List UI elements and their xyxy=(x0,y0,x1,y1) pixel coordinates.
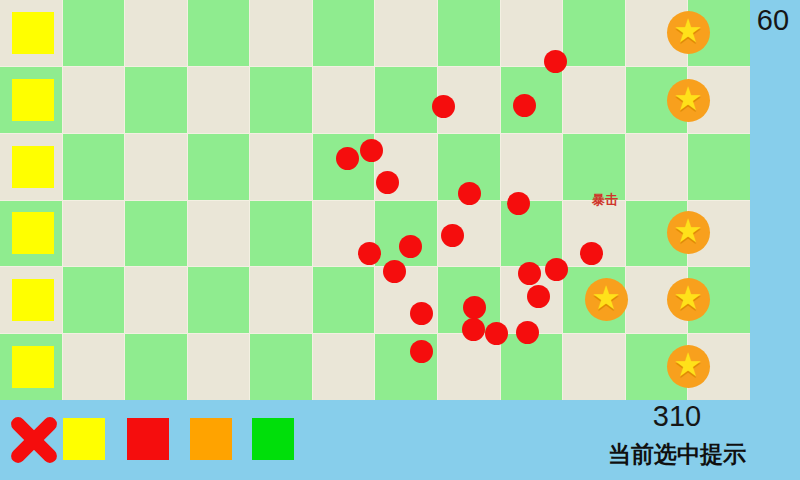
board-cell[interactable] xyxy=(563,334,625,400)
board-cell[interactable] xyxy=(125,134,187,200)
red-dot-target[interactable] xyxy=(383,260,406,283)
star-token[interactable]: ★ xyxy=(667,79,710,122)
star-token[interactable]: ★ xyxy=(667,278,710,321)
board-cell[interactable] xyxy=(375,0,437,66)
board-cell[interactable] xyxy=(626,134,688,200)
star-token[interactable]: ★ xyxy=(667,211,710,254)
board-cell[interactable] xyxy=(250,201,312,267)
red-dot-target[interactable] xyxy=(376,171,399,194)
board-cell[interactable] xyxy=(63,67,125,133)
board-cell[interactable] xyxy=(438,0,500,66)
star-icon: ★ xyxy=(673,82,703,115)
yellow-square-token[interactable] xyxy=(12,279,54,321)
red-dot-target[interactable] xyxy=(518,262,541,285)
star-icon: ★ xyxy=(673,14,703,47)
game-stage: ★★★★★★ 60 310 当前选中提示 暴击 xyxy=(0,0,800,480)
board-cell[interactable] xyxy=(501,134,563,200)
star-token[interactable]: ★ xyxy=(667,345,710,388)
board-cell[interactable] xyxy=(63,334,125,400)
red-dot-target[interactable] xyxy=(336,147,359,170)
board-cell[interactable] xyxy=(563,67,625,133)
board-cell[interactable] xyxy=(250,267,312,333)
star-icon: ★ xyxy=(591,281,621,314)
red-dot-target[interactable] xyxy=(527,285,550,308)
color-swatch-orange[interactable] xyxy=(190,418,232,460)
board-cell[interactable] xyxy=(125,201,187,267)
board-cell[interactable] xyxy=(375,67,437,133)
board-cell[interactable] xyxy=(63,134,125,200)
star-icon: ★ xyxy=(673,281,703,314)
yellow-square-token[interactable] xyxy=(12,12,54,54)
board-cell[interactable] xyxy=(125,267,187,333)
red-dot-target[interactable] xyxy=(513,94,536,117)
clear-selection-button[interactable] xyxy=(10,417,58,463)
red-dot-target[interactable] xyxy=(358,242,381,265)
board-cell[interactable] xyxy=(125,67,187,133)
board-cell[interactable] xyxy=(438,334,500,400)
board-cell[interactable] xyxy=(250,334,312,400)
red-dot-target[interactable] xyxy=(441,224,464,247)
board-cell[interactable] xyxy=(188,201,250,267)
board-cell[interactable] xyxy=(188,334,250,400)
board-cell[interactable] xyxy=(188,0,250,66)
red-dot-target[interactable] xyxy=(432,95,455,118)
board-cell[interactable] xyxy=(313,67,375,133)
star-icon: ★ xyxy=(673,348,703,381)
crit-popup-label: 暴击 xyxy=(592,191,618,209)
board-cell[interactable] xyxy=(688,134,750,200)
red-dot-target[interactable] xyxy=(516,321,539,344)
red-dot-target[interactable] xyxy=(410,302,433,325)
star-icon: ★ xyxy=(673,214,703,247)
score-bottom-right: 310 xyxy=(627,400,727,433)
board-cell[interactable] xyxy=(563,134,625,200)
game-board[interactable] xyxy=(0,0,750,400)
red-dot-target[interactable] xyxy=(544,50,567,73)
board-cell[interactable] xyxy=(250,0,312,66)
red-dot-target[interactable] xyxy=(458,182,481,205)
board-cell[interactable] xyxy=(63,267,125,333)
board-cell[interactable] xyxy=(313,334,375,400)
board-cell[interactable] xyxy=(250,134,312,200)
yellow-square-token[interactable] xyxy=(12,79,54,121)
star-token[interactable]: ★ xyxy=(667,11,710,54)
board-cell[interactable] xyxy=(501,334,563,400)
color-swatch-green[interactable] xyxy=(252,418,294,460)
red-dot-target[interactable] xyxy=(462,318,485,341)
red-dot-target[interactable] xyxy=(410,340,433,363)
yellow-square-token[interactable] xyxy=(12,146,54,188)
red-dot-target[interactable] xyxy=(360,139,383,162)
star-token[interactable]: ★ xyxy=(585,278,628,321)
board-cell[interactable] xyxy=(188,134,250,200)
board-cell[interactable] xyxy=(313,267,375,333)
red-dot-target[interactable] xyxy=(463,296,486,319)
red-dot-target[interactable] xyxy=(580,242,603,265)
color-swatch-red[interactable] xyxy=(127,418,169,460)
board-cell[interactable] xyxy=(63,201,125,267)
yellow-square-token[interactable] xyxy=(12,346,54,388)
board-cell[interactable] xyxy=(563,0,625,66)
board-cell[interactable] xyxy=(188,67,250,133)
board-cell[interactable] xyxy=(188,267,250,333)
selection-hint-label: 当前选中提示 xyxy=(577,439,777,470)
red-dot-target[interactable] xyxy=(507,192,530,215)
red-dot-target[interactable] xyxy=(399,235,422,258)
board-cell[interactable] xyxy=(125,0,187,66)
board-cell[interactable] xyxy=(313,0,375,66)
red-dot-target[interactable] xyxy=(545,258,568,281)
red-dot-target[interactable] xyxy=(485,322,508,345)
color-swatch-yellow[interactable] xyxy=(63,418,105,460)
score-top-right: 60 xyxy=(746,4,800,37)
yellow-square-token[interactable] xyxy=(12,212,54,254)
board-cell[interactable] xyxy=(125,334,187,400)
board-cell[interactable] xyxy=(250,67,312,133)
board-cell[interactable] xyxy=(63,0,125,66)
